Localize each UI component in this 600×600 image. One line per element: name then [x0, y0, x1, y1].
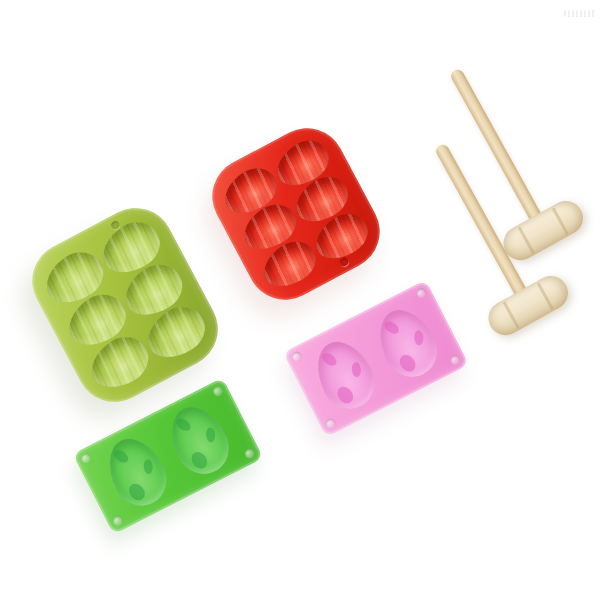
corner-pin — [324, 417, 337, 430]
corner-pin — [211, 384, 224, 397]
product-photo — [0, 0, 600, 600]
red-six-egg-mold — [199, 115, 393, 313]
egg-cavity — [306, 331, 384, 417]
green-six-egg-mold — [19, 195, 231, 416]
egg-cavity-mark — [205, 427, 215, 443]
corner-pin — [79, 452, 92, 465]
egg-cavity-mark — [188, 449, 210, 472]
egg-cavity-mark — [396, 351, 418, 374]
egg-cavity — [160, 397, 238, 483]
green-two-egg-tray — [73, 378, 264, 534]
corner-pin — [290, 350, 303, 363]
egg-cavity-mark — [143, 459, 153, 475]
hang-hole — [339, 257, 350, 268]
egg-cavity-mark — [382, 318, 401, 335]
pink-two-egg-tray — [283, 280, 469, 437]
egg-cavity-mark — [174, 416, 193, 433]
corner-pin — [415, 287, 428, 300]
egg-cavity-mark — [320, 350, 339, 367]
egg-cavity — [368, 300, 446, 386]
corner-pin — [111, 514, 124, 527]
mallet-head — [482, 270, 574, 341]
watermark — [564, 10, 596, 17]
egg-cavity — [98, 429, 176, 515]
egg-cavity-mark — [334, 383, 356, 406]
egg-cavity-mark — [413, 330, 423, 346]
corner-pin — [243, 447, 256, 460]
corner-pin — [449, 353, 462, 366]
egg-cavity-mark — [112, 448, 131, 465]
egg-cavity-mark — [126, 481, 148, 504]
egg-cavity-mark — [351, 361, 361, 377]
